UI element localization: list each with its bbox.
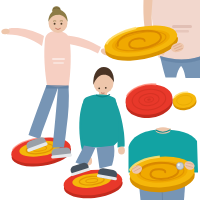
shirt-print <box>53 62 64 64</box>
girl-waistband <box>46 85 69 89</box>
shirt-print <box>172 25 192 28</box>
boy-torso <box>82 95 119 148</box>
girl-left-sleeve <box>7 28 44 46</box>
photo-child-holding-tilted-disc <box>102 0 200 78</box>
boy-right-leg <box>97 146 115 169</box>
girl-eye <box>54 23 56 25</box>
photo-child-holding-maze <box>128 127 198 200</box>
product-collage-image <box>0 0 200 200</box>
girl-left-leg <box>29 85 59 139</box>
boy-figure <box>69 67 125 181</box>
boy-eye <box>98 87 100 89</box>
photo-red-disc-product <box>124 82 175 121</box>
product-photo-canvas <box>0 0 200 200</box>
boy-eye <box>105 87 107 89</box>
photo-boy-stepping <box>62 67 125 200</box>
boy-right-hand <box>118 147 125 155</box>
shirt-print <box>52 58 65 60</box>
photo-yellow-disc-product <box>172 91 198 112</box>
shirt-print <box>175 30 189 33</box>
maze-marble <box>176 162 184 170</box>
girl-eye <box>60 23 62 25</box>
